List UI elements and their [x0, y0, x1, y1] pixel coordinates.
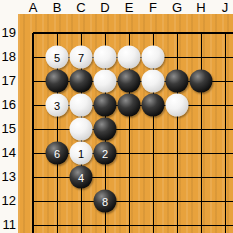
stone-D14: 2 — [94, 142, 117, 165]
stone-D17 — [94, 70, 117, 93]
stone-C15 — [70, 118, 93, 141]
stone-B18: 5 — [46, 46, 69, 69]
stone-D15 — [94, 118, 117, 141]
move-number: 8 — [102, 195, 108, 207]
stone-C14: 1 — [70, 142, 93, 165]
stone-B17 — [46, 70, 69, 93]
go-diagram: ABCDEFGHJ 191817161514131211 57361248 — [0, 0, 233, 233]
stone-E18 — [118, 46, 141, 69]
stone-G17 — [166, 70, 189, 93]
move-number: 2 — [102, 147, 108, 159]
stone-D16 — [94, 94, 117, 117]
stone-B14: 6 — [46, 142, 69, 165]
stone-H17 — [190, 70, 213, 93]
move-number: 3 — [54, 99, 60, 111]
stone-E16 — [118, 94, 141, 117]
stone-B16: 3 — [46, 94, 69, 117]
stone-F16 — [142, 94, 165, 117]
stone-C16 — [70, 94, 93, 117]
stone-C18: 7 — [70, 46, 93, 69]
stones-layer: 57361248 — [0, 0, 233, 233]
move-number: 4 — [78, 171, 84, 183]
stone-D12: 8 — [94, 190, 117, 213]
stone-G16 — [166, 94, 189, 117]
stone-F17 — [142, 70, 165, 93]
stone-C13: 4 — [70, 166, 93, 189]
stone-E17 — [118, 70, 141, 93]
move-number: 5 — [54, 51, 60, 63]
move-number: 6 — [54, 147, 60, 159]
stone-D18 — [94, 46, 117, 69]
move-number: 1 — [78, 147, 84, 159]
stone-F18 — [142, 46, 165, 69]
move-number: 7 — [78, 51, 84, 63]
stone-C17 — [70, 70, 93, 93]
